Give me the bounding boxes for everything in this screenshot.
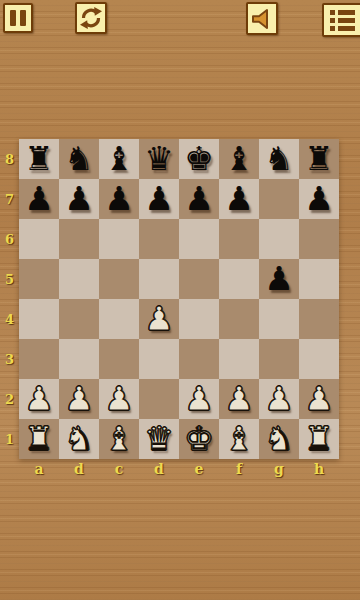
square-c1[interactable]: ♝ bbox=[99, 419, 139, 459]
square-e8[interactable]: ♚ bbox=[179, 139, 219, 179]
square-e4[interactable] bbox=[179, 299, 219, 339]
square-a5[interactable] bbox=[19, 259, 59, 299]
restart-button[interactable] bbox=[75, 2, 107, 34]
square-c4[interactable] bbox=[99, 299, 139, 339]
file-label-7: g bbox=[259, 459, 299, 479]
chess-board[interactable]: ♜♞♝♛♚♝♞♜♟♟♟♟♟♟♟♟♟♟♟♟♟♟♟♟♜♞♝♛♚♝♞♜ bbox=[19, 139, 339, 459]
square-a4[interactable] bbox=[19, 299, 59, 339]
piece-black-queen[interactable]: ♛ bbox=[144, 139, 174, 179]
piece-black-pawn[interactable]: ♟ bbox=[24, 179, 54, 219]
menu-button[interactable] bbox=[322, 3, 360, 37]
piece-white-knight[interactable]: ♞ bbox=[264, 419, 294, 459]
square-a3[interactable] bbox=[19, 339, 59, 379]
rank-label-8: 8 bbox=[0, 139, 19, 179]
square-g7[interactable] bbox=[259, 179, 299, 219]
piece-black-rook[interactable]: ♜ bbox=[304, 139, 334, 179]
piece-black-bishop[interactable]: ♝ bbox=[224, 139, 254, 179]
square-c2[interactable]: ♟ bbox=[99, 379, 139, 419]
rank-label-2: 2 bbox=[0, 379, 19, 419]
piece-white-pawn[interactable]: ♟ bbox=[144, 299, 174, 339]
square-b7[interactable]: ♟ bbox=[59, 179, 99, 219]
square-f1[interactable]: ♝ bbox=[219, 419, 259, 459]
piece-black-pawn[interactable]: ♟ bbox=[184, 179, 214, 219]
square-g6[interactable] bbox=[259, 219, 299, 259]
square-e6[interactable] bbox=[179, 219, 219, 259]
square-b3[interactable] bbox=[59, 339, 99, 379]
file-label-8: h bbox=[299, 459, 339, 479]
square-f6[interactable] bbox=[219, 219, 259, 259]
piece-black-pawn[interactable]: ♟ bbox=[304, 179, 334, 219]
square-c3[interactable] bbox=[99, 339, 139, 379]
square-d7[interactable]: ♟ bbox=[139, 179, 179, 219]
piece-white-bishop[interactable]: ♝ bbox=[104, 419, 134, 459]
square-a6[interactable] bbox=[19, 219, 59, 259]
square-d5[interactable] bbox=[139, 259, 179, 299]
piece-white-queen[interactable]: ♛ bbox=[144, 419, 174, 459]
square-b4[interactable] bbox=[59, 299, 99, 339]
piece-white-pawn[interactable]: ♟ bbox=[304, 379, 334, 419]
piece-black-pawn[interactable]: ♟ bbox=[64, 179, 94, 219]
square-g3[interactable] bbox=[259, 339, 299, 379]
piece-white-knight[interactable]: ♞ bbox=[64, 419, 94, 459]
square-f8[interactable]: ♝ bbox=[219, 139, 259, 179]
square-g5[interactable]: ♟ bbox=[259, 259, 299, 299]
piece-white-pawn[interactable]: ♟ bbox=[224, 379, 254, 419]
square-b1[interactable]: ♞ bbox=[59, 419, 99, 459]
square-h6[interactable] bbox=[299, 219, 339, 259]
pause-icon bbox=[10, 10, 26, 26]
square-c5[interactable] bbox=[99, 259, 139, 299]
piece-white-pawn[interactable]: ♟ bbox=[24, 379, 54, 419]
square-e7[interactable]: ♟ bbox=[179, 179, 219, 219]
square-d1[interactable]: ♛ bbox=[139, 419, 179, 459]
file-label-3: c bbox=[99, 459, 139, 479]
square-e3[interactable] bbox=[179, 339, 219, 379]
file-label-4: d bbox=[139, 459, 179, 479]
square-h2[interactable]: ♟ bbox=[299, 379, 339, 419]
rank-label-5: 5 bbox=[0, 259, 19, 299]
square-d6[interactable] bbox=[139, 219, 179, 259]
square-a2[interactable]: ♟ bbox=[19, 379, 59, 419]
square-e5[interactable] bbox=[179, 259, 219, 299]
file-label-1: a bbox=[19, 459, 59, 479]
square-g2[interactable]: ♟ bbox=[259, 379, 299, 419]
square-d4[interactable]: ♟ bbox=[139, 299, 179, 339]
square-h5[interactable] bbox=[299, 259, 339, 299]
square-h1[interactable]: ♜ bbox=[299, 419, 339, 459]
piece-white-king[interactable]: ♚ bbox=[184, 419, 214, 459]
file-label-6: f bbox=[219, 459, 259, 479]
square-c7[interactable]: ♟ bbox=[99, 179, 139, 219]
square-g4[interactable] bbox=[259, 299, 299, 339]
piece-black-pawn[interactable]: ♟ bbox=[224, 179, 254, 219]
game-screen: 87654321 ♜♞♝♛♚♝♞♜♟♟♟♟♟♟♟♟♟♟♟♟♟♟♟♟♜♞♝♛♚♝♞… bbox=[0, 0, 360, 600]
file-label-2: d bbox=[59, 459, 99, 479]
square-b5[interactable] bbox=[59, 259, 99, 299]
square-e1[interactable]: ♚ bbox=[179, 419, 219, 459]
rank-label-6: 6 bbox=[0, 219, 19, 259]
square-c8[interactable]: ♝ bbox=[99, 139, 139, 179]
rank-label-1: 1 bbox=[0, 419, 19, 459]
piece-black-bishop[interactable]: ♝ bbox=[104, 139, 134, 179]
square-b8[interactable]: ♞ bbox=[59, 139, 99, 179]
piece-white-pawn[interactable]: ♟ bbox=[64, 379, 94, 419]
piece-white-pawn[interactable]: ♟ bbox=[184, 379, 214, 419]
square-h8[interactable]: ♜ bbox=[299, 139, 339, 179]
piece-white-rook[interactable]: ♜ bbox=[304, 419, 334, 459]
square-a1[interactable]: ♜ bbox=[19, 419, 59, 459]
sound-button[interactable] bbox=[246, 2, 278, 35]
square-c6[interactable] bbox=[99, 219, 139, 259]
speaker-icon bbox=[250, 7, 274, 31]
square-d8[interactable]: ♛ bbox=[139, 139, 179, 179]
square-b2[interactable]: ♟ bbox=[59, 379, 99, 419]
rank-label-3: 3 bbox=[0, 339, 19, 379]
piece-white-pawn[interactable]: ♟ bbox=[104, 379, 134, 419]
square-f5[interactable] bbox=[219, 259, 259, 299]
square-h7[interactable]: ♟ bbox=[299, 179, 339, 219]
piece-white-rook[interactable]: ♜ bbox=[24, 419, 54, 459]
square-d3[interactable] bbox=[139, 339, 179, 379]
pause-button[interactable] bbox=[3, 3, 33, 33]
rank-label-4: 4 bbox=[0, 299, 19, 339]
square-d2[interactable] bbox=[139, 379, 179, 419]
file-labels: adcdefgh bbox=[19, 459, 339, 479]
square-a7[interactable]: ♟ bbox=[19, 179, 59, 219]
square-f3[interactable] bbox=[219, 339, 259, 379]
rank-labels: 87654321 bbox=[0, 139, 19, 459]
file-label-5: e bbox=[179, 459, 219, 479]
square-b6[interactable] bbox=[59, 219, 99, 259]
square-a8[interactable]: ♜ bbox=[19, 139, 59, 179]
square-g1[interactable]: ♞ bbox=[259, 419, 299, 459]
piece-black-rook[interactable]: ♜ bbox=[24, 139, 54, 179]
piece-white-bishop[interactable]: ♝ bbox=[224, 419, 254, 459]
piece-black-pawn[interactable]: ♟ bbox=[144, 179, 174, 219]
square-f2[interactable]: ♟ bbox=[219, 379, 259, 419]
restart-icon bbox=[79, 6, 103, 30]
piece-black-knight[interactable]: ♞ bbox=[64, 139, 94, 179]
piece-black-knight[interactable]: ♞ bbox=[264, 139, 294, 179]
menu-list-icon bbox=[330, 10, 355, 31]
square-h3[interactable] bbox=[299, 339, 339, 379]
square-g8[interactable]: ♞ bbox=[259, 139, 299, 179]
rank-label-7: 7 bbox=[0, 179, 19, 219]
piece-black-pawn[interactable]: ♟ bbox=[104, 179, 134, 219]
piece-black-king[interactable]: ♚ bbox=[184, 139, 214, 179]
square-h4[interactable] bbox=[299, 299, 339, 339]
square-f4[interactable] bbox=[219, 299, 259, 339]
piece-black-pawn[interactable]: ♟ bbox=[264, 259, 294, 299]
piece-white-pawn[interactable]: ♟ bbox=[264, 379, 294, 419]
square-e2[interactable]: ♟ bbox=[179, 379, 219, 419]
square-f7[interactable]: ♟ bbox=[219, 179, 259, 219]
